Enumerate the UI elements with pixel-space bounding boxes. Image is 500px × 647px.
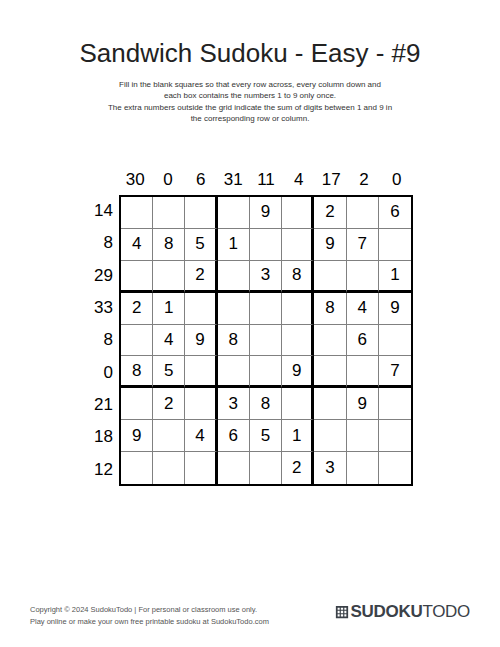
cell-r8c9[interactable] <box>379 420 411 452</box>
cell-r6c7[interactable] <box>314 356 346 388</box>
row-clue-2: 8 <box>89 227 119 259</box>
cell-r3c8[interactable] <box>347 261 379 293</box>
cell-r8c1[interactable]: 9 <box>121 420 153 452</box>
cell-r6c6[interactable]: 9 <box>282 356 314 388</box>
column-clue-3: 6 <box>184 164 217 195</box>
cell-r4c1[interactable]: 2 <box>121 293 153 325</box>
column-clue-2: 0 <box>152 164 185 195</box>
cell-r3c3[interactable]: 2 <box>185 261 217 293</box>
cell-r1c6[interactable] <box>282 197 314 229</box>
row-clue-9: 12 <box>89 454 119 486</box>
cell-r5c2[interactable]: 4 <box>153 325 185 357</box>
row-clue-6: 0 <box>89 357 119 389</box>
footer-copyright-line1: Copyright © 2024 SudokuTodo | For person… <box>30 605 257 614</box>
cell-r1c2[interactable] <box>153 197 185 229</box>
logo-text-sudoku: SUDOKU <box>351 602 423 622</box>
cell-r9c4[interactable] <box>218 452 250 484</box>
cell-r1c7[interactable]: 2 <box>314 197 346 229</box>
cell-r8c3[interactable]: 4 <box>185 420 217 452</box>
cell-r6c9[interactable]: 7 <box>379 356 411 388</box>
cell-r6c1[interactable]: 8 <box>121 356 153 388</box>
cell-r3c6[interactable]: 8 <box>282 261 314 293</box>
column-clue-9: 0 <box>380 164 413 195</box>
cell-r5c8[interactable]: 6 <box>347 325 379 357</box>
cell-r4c3[interactable] <box>185 293 217 325</box>
row-clue-8: 18 <box>89 421 119 453</box>
grid-icon <box>335 605 351 619</box>
column-clue-6: 4 <box>282 164 315 195</box>
instructions-p1-line2: each box contains the numbers 1 to 9 onl… <box>0 90 500 101</box>
cell-r2c4[interactable]: 1 <box>218 229 250 261</box>
cell-r9c5[interactable] <box>250 452 282 484</box>
cell-r7c7[interactable] <box>314 388 346 420</box>
cell-r5c1[interactable] <box>121 325 153 357</box>
column-clue-8: 2 <box>348 164 381 195</box>
column-clue-5: 11 <box>250 164 283 195</box>
cell-r9c9[interactable] <box>379 452 411 484</box>
cell-r2c7[interactable]: 9 <box>314 229 346 261</box>
cell-r9c8[interactable] <box>347 452 379 484</box>
cell-r2c5[interactable] <box>250 229 282 261</box>
cell-r5c7[interactable] <box>314 325 346 357</box>
instructions-paragraph-1: Fill in the blank squares so that every … <box>0 79 500 101</box>
cell-r5c5[interactable] <box>250 325 282 357</box>
instructions-p1-line1: Fill in the blank squares so that every … <box>0 79 500 90</box>
cell-r8c5[interactable]: 5 <box>250 420 282 452</box>
cell-r2c8[interactable]: 7 <box>347 229 379 261</box>
cell-r9c2[interactable] <box>153 452 185 484</box>
sudoku-grid: 9264851972381218494986859723899465123 <box>119 195 413 486</box>
cell-r7c4[interactable]: 3 <box>218 388 250 420</box>
cell-r1c8[interactable] <box>347 197 379 229</box>
row-clue-4: 33 <box>89 292 119 324</box>
cell-r4c2[interactable]: 1 <box>153 293 185 325</box>
cell-r2c6[interactable] <box>282 229 314 261</box>
cell-r1c1[interactable] <box>121 197 153 229</box>
cell-r5c6[interactable] <box>282 325 314 357</box>
cell-r7c1[interactable] <box>121 388 153 420</box>
cell-r3c9[interactable]: 1 <box>379 261 411 293</box>
row-clue-5: 8 <box>89 324 119 356</box>
cell-r8c4[interactable]: 6 <box>218 420 250 452</box>
cell-r7c3[interactable] <box>185 388 217 420</box>
cell-r2c1[interactable]: 4 <box>121 229 153 261</box>
cell-r7c8[interactable]: 9 <box>347 388 379 420</box>
cell-r1c5[interactable]: 9 <box>250 197 282 229</box>
column-clue-4: 31 <box>217 164 250 195</box>
cell-r1c9[interactable]: 6 <box>379 197 411 229</box>
instructions-p2-line2: the corresponding row or column. <box>0 113 500 124</box>
cell-r4c6[interactable] <box>282 293 314 325</box>
cell-r9c3[interactable] <box>185 452 217 484</box>
sudoku-board: 3006311141720 148293380211812 9264851972… <box>89 164 414 486</box>
cell-r4c4[interactable] <box>218 293 250 325</box>
footer-copyright-line2: Play online or make your own free printa… <box>30 617 269 626</box>
cell-r1c4[interactable] <box>218 197 250 229</box>
cell-r4c5[interactable] <box>250 293 282 325</box>
cell-r3c5[interactable]: 3 <box>250 261 282 293</box>
footer-logo: SUDOKU TODO <box>335 602 470 622</box>
column-clue-1: 30 <box>119 164 152 195</box>
cell-r7c2[interactable]: 2 <box>153 388 185 420</box>
cell-r2c9[interactable] <box>379 229 411 261</box>
cell-r8c2[interactable] <box>153 420 185 452</box>
cell-r9c7[interactable]: 3 <box>314 452 346 484</box>
cell-r6c3[interactable] <box>185 356 217 388</box>
row-sandwich-clues: 148293380211812 <box>89 195 119 486</box>
cell-r9c1[interactable] <box>121 452 153 484</box>
row-clue-1: 14 <box>89 195 119 227</box>
cell-r6c8[interactable] <box>347 356 379 388</box>
cell-r4c7[interactable]: 8 <box>314 293 346 325</box>
row-clue-3: 29 <box>89 260 119 292</box>
cell-r5c3[interactable]: 9 <box>185 325 217 357</box>
cell-r3c7[interactable] <box>314 261 346 293</box>
cell-r7c5[interactable]: 8 <box>250 388 282 420</box>
cell-r2c2[interactable]: 8 <box>153 229 185 261</box>
cell-r8c7[interactable] <box>314 420 346 452</box>
cell-r4c9[interactable]: 9 <box>379 293 411 325</box>
cell-r9c6[interactable]: 2 <box>282 452 314 484</box>
cell-r6c4[interactable] <box>218 356 250 388</box>
row-clue-7: 21 <box>89 389 119 421</box>
column-clue-7: 17 <box>315 164 348 195</box>
cell-r3c2[interactable] <box>153 261 185 293</box>
column-sandwich-clues: 3006311141720 <box>119 164 413 195</box>
cell-r5c4[interactable]: 8 <box>218 325 250 357</box>
page-title: Sandwich Sudoku - Easy - #9 <box>0 38 500 69</box>
cell-r7c6[interactable] <box>282 388 314 420</box>
cell-r7c9[interactable] <box>379 388 411 420</box>
cell-r3c4[interactable] <box>218 261 250 293</box>
cell-r4c8[interactable]: 4 <box>347 293 379 325</box>
cell-r5c9[interactable] <box>379 325 411 357</box>
cell-r3c1[interactable] <box>121 261 153 293</box>
cell-r6c5[interactable] <box>250 356 282 388</box>
logo-text-todo: TODO <box>422 602 470 622</box>
cell-r1c3[interactable] <box>185 197 217 229</box>
cell-r2c3[interactable]: 5 <box>185 229 217 261</box>
cell-r8c6[interactable]: 1 <box>282 420 314 452</box>
cell-r8c8[interactable] <box>347 420 379 452</box>
cell-r6c2[interactable]: 5 <box>153 356 185 388</box>
instructions-p2-line1: The extra numbers outside the grid indic… <box>0 102 500 113</box>
instructions-paragraph-2: The extra numbers outside the grid indic… <box>0 102 500 124</box>
